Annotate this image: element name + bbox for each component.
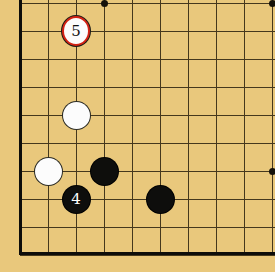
star-point-cell	[258, 0, 275, 17]
stone-cell-D4	[90, 157, 118, 185]
go-board[interactable]: 54	[6, 0, 275, 269]
black-stone-D4	[91, 158, 118, 185]
stone-cell-C6	[62, 101, 90, 129]
black-stone-F3	[147, 186, 174, 213]
stone-cell-F3	[146, 185, 174, 213]
stone-cell-C9: 5	[62, 17, 90, 45]
star-point-cell	[90, 0, 118, 17]
stone-cell-C3: 4	[62, 185, 90, 213]
white-stone-B4	[35, 158, 62, 185]
black-stone-C3-move-4: 4	[63, 186, 90, 213]
star-point	[101, 0, 108, 7]
stone-cell-B4	[34, 157, 62, 185]
star-point-cell	[258, 157, 275, 185]
star-point	[269, 168, 276, 175]
go-board-diagram: 54	[0, 0, 275, 272]
white-stone-C6	[63, 102, 90, 129]
white-stone-C9-move-5: 5	[62, 16, 90, 46]
star-point	[269, 0, 276, 7]
